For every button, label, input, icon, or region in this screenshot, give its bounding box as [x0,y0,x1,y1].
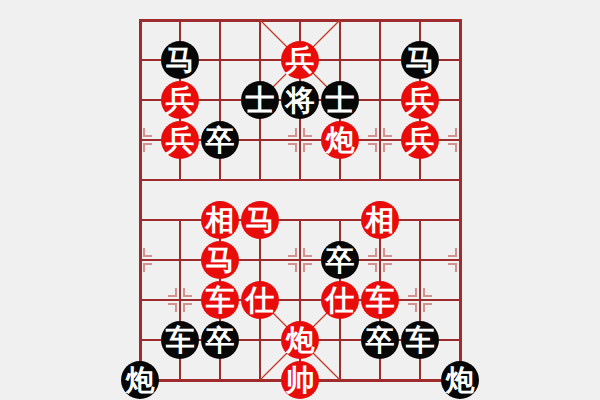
piece-red-elephant[interactable]: 相 [201,201,239,239]
piece-black-advisor[interactable]: 士 [241,81,279,119]
piece-black-horse[interactable]: 马 [401,41,439,79]
piece-black-chariot[interactable]: 车 [161,321,199,359]
piece-black-cannon[interactable]: 炮 [121,361,159,399]
piece-red-advisor[interactable]: 仕 [241,281,279,319]
piece-red-soldier[interactable]: 兵 [161,81,199,119]
piece-black-soldier[interactable]: 卒 [321,241,359,279]
piece-red-cannon[interactable]: 炮 [281,321,319,359]
piece-red-soldier[interactable]: 兵 [161,121,199,159]
piece-black-cannon[interactable]: 炮 [441,361,479,399]
piece-red-soldier[interactable]: 兵 [401,81,439,119]
xiangqi-app: 马兵马兵士将士兵兵卒炮兵相马相马卒车仕仕车车卒炮卒车炮帅炮 [0,0,600,400]
piece-red-general[interactable]: 帅 [281,361,319,399]
piece-red-chariot[interactable]: 车 [361,281,399,319]
piece-black-horse[interactable]: 马 [161,41,199,79]
xiangqi-board[interactable]: 马兵马兵士将士兵兵卒炮兵相马相马卒车仕仕车车卒炮卒车炮帅炮 [120,0,480,400]
piece-black-general[interactable]: 将 [281,81,319,119]
piece-red-soldier[interactable]: 兵 [281,41,319,79]
piece-black-soldier[interactable]: 卒 [201,121,239,159]
piece-red-elephant[interactable]: 相 [361,201,399,239]
piece-red-chariot[interactable]: 车 [201,281,239,319]
piece-red-horse[interactable]: 马 [201,241,239,279]
piece-red-horse[interactable]: 马 [241,201,279,239]
piece-black-soldier[interactable]: 卒 [361,321,399,359]
piece-red-advisor[interactable]: 仕 [321,281,359,319]
piece-red-soldier[interactable]: 兵 [401,121,439,159]
piece-black-advisor[interactable]: 士 [321,81,359,119]
piece-black-soldier[interactable]: 卒 [201,321,239,359]
piece-black-chariot[interactable]: 车 [401,321,439,359]
piece-red-cannon[interactable]: 炮 [321,121,359,159]
